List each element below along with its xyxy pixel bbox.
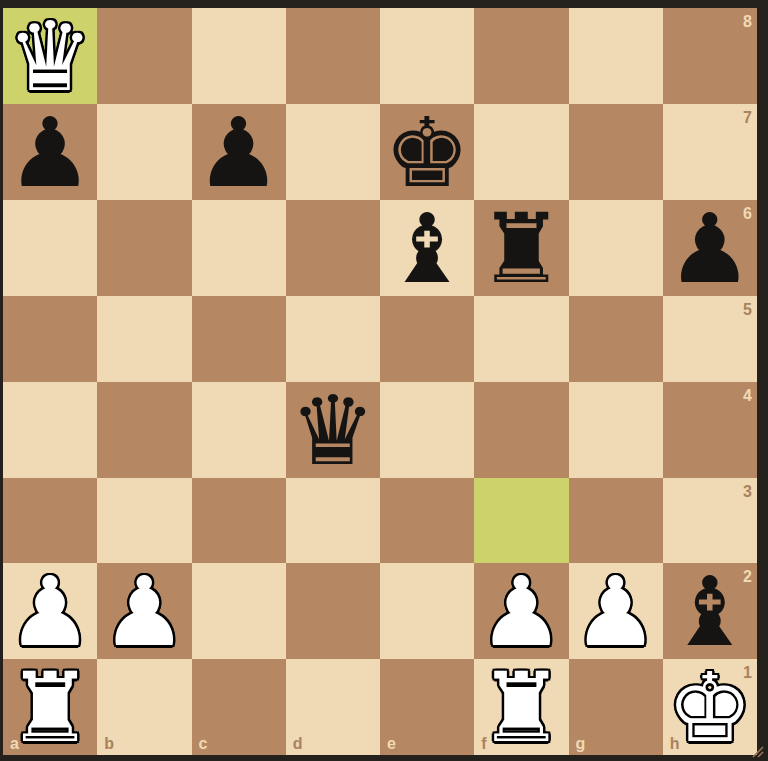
square-h5[interactable]: 5: [663, 296, 757, 382]
piece-white-queen[interactable]: ♛: [7, 9, 93, 105]
square-g7[interactable]: [569, 104, 663, 200]
square-c3[interactable]: [192, 478, 286, 564]
square-g1[interactable]: g: [569, 659, 663, 755]
file-label-g: g: [576, 736, 586, 752]
rank-label-4: 4: [743, 388, 752, 404]
square-d3[interactable]: [286, 478, 380, 564]
file-label-e: e: [387, 736, 396, 752]
square-c6[interactable]: [192, 200, 286, 296]
square-b6[interactable]: [97, 200, 191, 296]
square-h6[interactable]: 6♟: [663, 200, 757, 296]
page-background: ♛8♟♟♚7♝♜6♟5♛43♟♟♟♟2♝a♜bcdef♜g1h♚: [0, 0, 768, 761]
square-c4[interactable]: [192, 382, 286, 478]
square-c2[interactable]: [192, 563, 286, 659]
square-a5[interactable]: [3, 296, 97, 382]
square-f1[interactable]: f♜: [474, 659, 568, 755]
square-f3[interactable]: [474, 478, 568, 564]
square-h2[interactable]: 2♝: [663, 563, 757, 659]
square-d5[interactable]: [286, 296, 380, 382]
piece-black-queen[interactable]: ♛: [290, 383, 376, 479]
piece-black-bishop[interactable]: ♝: [384, 201, 470, 297]
square-c5[interactable]: [192, 296, 286, 382]
square-h8[interactable]: 8: [663, 8, 757, 104]
square-e3[interactable]: [380, 478, 474, 564]
square-b4[interactable]: [97, 382, 191, 478]
square-f6[interactable]: ♜: [474, 200, 568, 296]
piece-black-rook[interactable]: ♜: [478, 201, 564, 297]
square-e2[interactable]: [380, 563, 474, 659]
square-d6[interactable]: [286, 200, 380, 296]
piece-black-pawn[interactable]: ♟: [196, 105, 282, 201]
square-b3[interactable]: [97, 478, 191, 564]
square-a2[interactable]: ♟: [3, 563, 97, 659]
square-g4[interactable]: [569, 382, 663, 478]
square-g8[interactable]: [569, 8, 663, 104]
square-h3[interactable]: 3: [663, 478, 757, 564]
square-a1[interactable]: a♜: [3, 659, 97, 755]
square-e1[interactable]: e: [380, 659, 474, 755]
piece-white-pawn[interactable]: ♟: [478, 564, 564, 660]
square-g3[interactable]: [569, 478, 663, 564]
piece-black-pawn[interactable]: ♟: [7, 105, 93, 201]
square-b5[interactable]: [97, 296, 191, 382]
rank-label-5: 5: [743, 302, 752, 318]
square-a4[interactable]: [3, 382, 97, 478]
rank-label-8: 8: [743, 14, 752, 30]
piece-black-pawn[interactable]: ♟: [667, 201, 753, 297]
square-e7[interactable]: ♚: [380, 104, 474, 200]
square-d4[interactable]: ♛: [286, 382, 380, 478]
resize-handle-icon: [749, 743, 765, 759]
square-d8[interactable]: [286, 8, 380, 104]
square-b1[interactable]: b: [97, 659, 191, 755]
square-a7[interactable]: ♟: [3, 104, 97, 200]
square-g5[interactable]: [569, 296, 663, 382]
square-a3[interactable]: [3, 478, 97, 564]
file-label-d: d: [293, 736, 303, 752]
square-e5[interactable]: [380, 296, 474, 382]
board-resize-handle[interactable]: [749, 743, 765, 759]
square-c7[interactable]: ♟: [192, 104, 286, 200]
square-h7[interactable]: 7: [663, 104, 757, 200]
square-f8[interactable]: [474, 8, 568, 104]
square-e4[interactable]: [380, 382, 474, 478]
square-b2[interactable]: ♟: [97, 563, 191, 659]
piece-white-pawn[interactable]: ♟: [7, 564, 93, 660]
square-h1[interactable]: 1h♚: [663, 659, 757, 755]
piece-white-pawn[interactable]: ♟: [573, 564, 659, 660]
file-label-c: c: [199, 736, 208, 752]
piece-white-king[interactable]: ♚: [667, 660, 753, 756]
rank-label-3: 3: [743, 484, 752, 500]
square-f2[interactable]: ♟: [474, 563, 568, 659]
file-label-b: b: [104, 736, 114, 752]
square-a8[interactable]: ♛: [3, 8, 97, 104]
square-d2[interactable]: [286, 563, 380, 659]
square-b7[interactable]: [97, 104, 191, 200]
piece-white-rook[interactable]: ♜: [7, 660, 93, 756]
rank-label-7: 7: [743, 110, 752, 126]
piece-white-pawn[interactable]: ♟: [101, 564, 187, 660]
square-a6[interactable]: [3, 200, 97, 296]
chess-board: ♛8♟♟♚7♝♜6♟5♛43♟♟♟♟2♝a♜bcdef♜g1h♚: [3, 8, 757, 755]
square-f7[interactable]: [474, 104, 568, 200]
piece-black-bishop[interactable]: ♝: [667, 564, 753, 660]
square-g2[interactable]: ♟: [569, 563, 663, 659]
square-g6[interactable]: [569, 200, 663, 296]
square-f4[interactable]: [474, 382, 568, 478]
piece-black-king[interactable]: ♚: [384, 105, 470, 201]
square-h4[interactable]: 4: [663, 382, 757, 478]
square-c8[interactable]: [192, 8, 286, 104]
square-f5[interactable]: [474, 296, 568, 382]
piece-white-rook[interactable]: ♜: [478, 660, 564, 756]
square-c1[interactable]: c: [192, 659, 286, 755]
square-d1[interactable]: d: [286, 659, 380, 755]
square-b8[interactable]: [97, 8, 191, 104]
square-e8[interactable]: [380, 8, 474, 104]
square-d7[interactable]: [286, 104, 380, 200]
square-e6[interactable]: ♝: [380, 200, 474, 296]
